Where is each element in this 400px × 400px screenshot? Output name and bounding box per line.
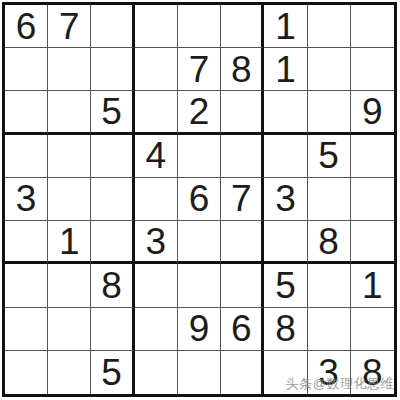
cell-r3c4[interactable] xyxy=(135,91,178,134)
cell-r8c1[interactable] xyxy=(5,308,48,351)
cell-r3c6[interactable] xyxy=(221,91,264,134)
cell-r9c1[interactable] xyxy=(5,351,48,394)
cell-r6c5[interactable] xyxy=(178,221,221,264)
cell-r4c1[interactable] xyxy=(5,135,48,178)
cell-r2c6[interactable]: 8 xyxy=(221,48,264,91)
cell-r5c4[interactable] xyxy=(135,178,178,221)
cell-r5c6[interactable]: 7 xyxy=(221,178,264,221)
cell-r6c9[interactable] xyxy=(351,221,394,264)
cell-r5c2[interactable] xyxy=(48,178,91,221)
cell-r2c3[interactable] xyxy=(91,48,134,91)
sudoku-page: 671781529453673138851968538 头条@数理化思维 xyxy=(0,0,400,400)
cell-r2c4[interactable] xyxy=(135,48,178,91)
cell-r4c2[interactable] xyxy=(48,135,91,178)
cell-r1c3[interactable] xyxy=(91,5,134,48)
cell-r5c5[interactable]: 6 xyxy=(178,178,221,221)
cell-r2c5[interactable]: 7 xyxy=(178,48,221,91)
cell-r8c5[interactable]: 9 xyxy=(178,308,221,351)
cell-r1c2[interactable]: 7 xyxy=(48,5,91,48)
cell-r1c5[interactable] xyxy=(178,5,221,48)
cell-r2c7[interactable]: 1 xyxy=(264,48,307,91)
cell-r7c4[interactable] xyxy=(135,264,178,307)
cell-r6c7[interactable] xyxy=(264,221,307,264)
cell-r3c9[interactable]: 9 xyxy=(351,91,394,134)
cell-r4c5[interactable] xyxy=(178,135,221,178)
cell-r9c7[interactable] xyxy=(264,351,307,394)
cell-r7c3[interactable]: 8 xyxy=(91,264,134,307)
cell-r5c3[interactable] xyxy=(91,178,134,221)
cell-r5c1[interactable]: 3 xyxy=(5,178,48,221)
cell-r5c7[interactable]: 3 xyxy=(264,178,307,221)
cell-r2c9[interactable] xyxy=(351,48,394,91)
cell-r7c1[interactable] xyxy=(5,264,48,307)
cell-r6c6[interactable] xyxy=(221,221,264,264)
cell-r1c4[interactable] xyxy=(135,5,178,48)
cell-r3c3[interactable]: 5 xyxy=(91,91,134,134)
cell-r9c6[interactable] xyxy=(221,351,264,394)
cell-r1c8[interactable] xyxy=(308,5,351,48)
cell-r4c8[interactable]: 5 xyxy=(308,135,351,178)
cell-r5c9[interactable] xyxy=(351,178,394,221)
cell-r7c5[interactable] xyxy=(178,264,221,307)
cell-r7c8[interactable] xyxy=(308,264,351,307)
cell-r8c7[interactable]: 8 xyxy=(264,308,307,351)
cell-r3c8[interactable] xyxy=(308,91,351,134)
cell-r1c1[interactable]: 6 xyxy=(5,5,48,48)
cell-r8c8[interactable] xyxy=(308,308,351,351)
cell-r9c5[interactable] xyxy=(178,351,221,394)
cell-r1c6[interactable] xyxy=(221,5,264,48)
cell-r6c8[interactable]: 8 xyxy=(308,221,351,264)
cell-r6c4[interactable]: 3 xyxy=(135,221,178,264)
cell-r9c9[interactable]: 8 xyxy=(351,351,394,394)
cell-r2c2[interactable] xyxy=(48,48,91,91)
cell-r2c8[interactable] xyxy=(308,48,351,91)
cell-r3c1[interactable] xyxy=(5,91,48,134)
cell-r8c2[interactable] xyxy=(48,308,91,351)
cell-r8c9[interactable] xyxy=(351,308,394,351)
cell-r4c6[interactable] xyxy=(221,135,264,178)
cell-r6c2[interactable]: 1 xyxy=(48,221,91,264)
cell-r4c9[interactable] xyxy=(351,135,394,178)
cell-r9c3[interactable]: 5 xyxy=(91,351,134,394)
cell-r1c9[interactable] xyxy=(351,5,394,48)
cell-r7c7[interactable]: 5 xyxy=(264,264,307,307)
cell-r3c2[interactable] xyxy=(48,91,91,134)
cell-r6c3[interactable] xyxy=(91,221,134,264)
cell-r3c7[interactable] xyxy=(264,91,307,134)
cell-r4c3[interactable] xyxy=(91,135,134,178)
cell-r6c1[interactable] xyxy=(5,221,48,264)
cell-r9c8[interactable]: 3 xyxy=(308,351,351,394)
cell-r8c3[interactable] xyxy=(91,308,134,351)
cell-r4c4[interactable]: 4 xyxy=(135,135,178,178)
cell-r9c2[interactable] xyxy=(48,351,91,394)
cell-r7c2[interactable] xyxy=(48,264,91,307)
cell-r9c4[interactable] xyxy=(135,351,178,394)
cell-r3c5[interactable]: 2 xyxy=(178,91,221,134)
sudoku-grid: 671781529453673138851968538 xyxy=(2,2,397,397)
cell-r5c8[interactable] xyxy=(308,178,351,221)
cell-r8c6[interactable]: 6 xyxy=(221,308,264,351)
cell-r7c6[interactable] xyxy=(221,264,264,307)
cell-r8c4[interactable] xyxy=(135,308,178,351)
cell-r2c1[interactable] xyxy=(5,48,48,91)
cell-r1c7[interactable]: 1 xyxy=(264,5,307,48)
cell-r4c7[interactable] xyxy=(264,135,307,178)
cell-r7c9[interactable]: 1 xyxy=(351,264,394,307)
